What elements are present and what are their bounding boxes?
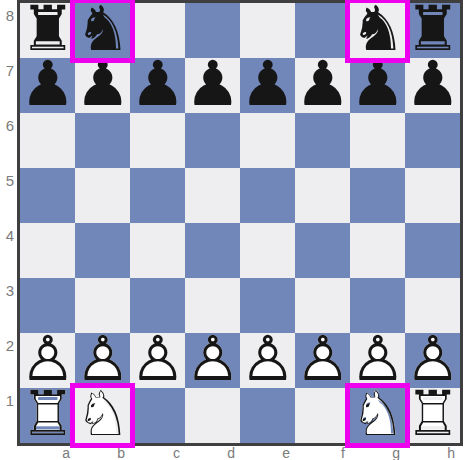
rank-label-4: 4 [0,228,14,244]
square-b1[interactable]: ♞♘ [75,388,130,443]
square-c5[interactable] [130,168,185,223]
rank-label-1: 1 [0,393,14,409]
square-f2[interactable]: ♟♙ [295,333,350,388]
piece-white-knight[interactable]: ♞♘ [350,388,405,443]
rank-label-2: 2 [0,338,14,354]
rank-label-3: 3 [0,283,14,299]
square-b8[interactable]: ♞ [75,3,130,58]
square-b5[interactable] [75,168,130,223]
square-g6[interactable] [350,113,405,168]
square-f1[interactable] [295,388,350,443]
square-a5[interactable] [20,168,75,223]
chess-board[interactable]: ♜♞♞♜♟♟♟♟♟♟♟♟♟♙♟♙♟♙♟♙♟♙♟♙♟♙♟♙♜♖♞♘♞♘♜♖ [17,0,463,446]
square-d1[interactable] [185,388,240,443]
square-d5[interactable] [185,168,240,223]
square-c1[interactable] [130,388,185,443]
square-h6[interactable] [405,113,460,168]
piece-white-pawn[interactable]: ♟♙ [130,333,185,388]
piece-white-pawn[interactable]: ♟♙ [185,333,240,388]
square-f6[interactable] [295,113,350,168]
square-e5[interactable] [240,168,295,223]
square-e4[interactable] [240,223,295,278]
square-d2[interactable]: ♟♙ [185,333,240,388]
square-a4[interactable] [20,223,75,278]
piece-white-pawn[interactable]: ♟♙ [295,333,350,388]
square-e1[interactable] [240,388,295,443]
file-label-e: e [240,446,295,460]
square-h5[interactable] [405,168,460,223]
file-label-d: d [185,446,240,460]
square-g5[interactable] [350,168,405,223]
square-f5[interactable] [295,168,350,223]
square-d6[interactable] [185,113,240,168]
square-b7[interactable]: ♟ [75,58,130,113]
chess-board-area: 87654321 ♜♞♞♜♟♟♟♟♟♟♟♟♟♙♟♙♟♙♟♙♟♙♟♙♟♙♟♙♜♖♞… [0,0,467,460]
square-f4[interactable] [295,223,350,278]
square-g1[interactable]: ♞♘ [350,388,405,443]
square-h7[interactable]: ♟ [405,58,460,113]
square-h4[interactable] [405,223,460,278]
piece-black-knight[interactable]: ♞ [350,3,405,58]
rank-label-7: 7 [0,63,14,79]
square-g4[interactable] [350,223,405,278]
square-b4[interactable] [75,223,130,278]
square-e6[interactable] [240,113,295,168]
square-h1[interactable]: ♜♖ [405,388,460,443]
piece-black-pawn[interactable]: ♟ [295,58,350,113]
square-g7[interactable]: ♟ [350,58,405,113]
piece-black-pawn[interactable]: ♟ [350,58,405,113]
piece-black-pawn[interactable]: ♟ [20,58,75,113]
piece-white-knight[interactable]: ♞♘ [75,388,130,443]
piece-black-pawn[interactable]: ♟ [240,58,295,113]
square-f7[interactable]: ♟ [295,58,350,113]
piece-black-pawn[interactable]: ♟ [185,58,240,113]
square-c4[interactable] [130,223,185,278]
square-c6[interactable] [130,113,185,168]
piece-black-pawn[interactable]: ♟ [75,58,130,113]
piece-black-pawn[interactable]: ♟ [130,58,185,113]
square-e2[interactable]: ♟♙ [240,333,295,388]
piece-white-pawn[interactable]: ♟♙ [240,333,295,388]
square-c2[interactable]: ♟♙ [130,333,185,388]
square-g8[interactable]: ♞ [350,3,405,58]
square-d4[interactable] [185,223,240,278]
square-a7[interactable]: ♟ [20,58,75,113]
rank-label-5: 5 [0,173,14,189]
square-c7[interactable]: ♟ [130,58,185,113]
rank-label-6: 6 [0,118,14,134]
file-label-f: f [295,446,350,460]
piece-white-rook[interactable]: ♜♖ [20,388,75,443]
piece-white-rook[interactable]: ♜♖ [405,388,460,443]
piece-black-knight[interactable]: ♞ [75,3,130,58]
file-label-a: a [20,446,75,460]
piece-black-pawn[interactable]: ♟ [405,58,460,113]
file-label-c: c [130,446,185,460]
file-label-h: h [405,446,460,460]
square-e7[interactable]: ♟ [240,58,295,113]
square-b6[interactable] [75,113,130,168]
square-a6[interactable] [20,113,75,168]
square-d7[interactable]: ♟ [185,58,240,113]
square-a1[interactable]: ♜♖ [20,388,75,443]
rank-label-8: 8 [0,8,14,24]
